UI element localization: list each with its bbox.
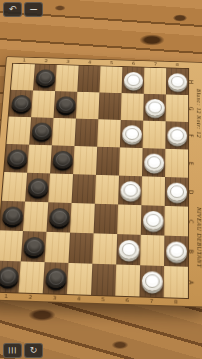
square-A2[interactable]: [19, 261, 45, 293]
black-piece[interactable]: [0, 266, 19, 286]
square-G1[interactable]: [9, 90, 33, 117]
square-G6[interactable]: [121, 93, 144, 120]
coordinate-number: 2: [35, 58, 57, 63]
square-E6[interactable]: [119, 147, 143, 176]
square-F6[interactable]: [120, 120, 143, 148]
coordinate-number: 5: [101, 60, 123, 65]
white-piece[interactable]: [142, 211, 163, 230]
square-H7[interactable]: [144, 68, 166, 95]
square-D3[interactable]: [48, 173, 73, 203]
square-F7[interactable]: [143, 121, 166, 149]
square-B6[interactable]: [116, 234, 141, 265]
square-C7[interactable]: [141, 205, 165, 235]
white-piece[interactable]: [144, 153, 164, 171]
letter-labels-right: HGFEDCBA: [190, 69, 195, 298]
square-F3[interactable]: [52, 118, 76, 146]
square-F2[interactable]: [29, 117, 53, 145]
square-D4[interactable]: [72, 174, 96, 204]
square-H4[interactable]: [77, 66, 100, 93]
square-B3[interactable]: [45, 232, 70, 263]
square-A6[interactable]: [115, 264, 140, 296]
white-piece[interactable]: [123, 72, 143, 89]
rotate-view-button[interactable]: ↻: [24, 343, 43, 358]
coordinate-number: 5: [91, 296, 115, 303]
square-F4[interactable]: [74, 119, 98, 147]
square-G7[interactable]: [143, 94, 166, 122]
rotate-icon: ↻: [30, 346, 38, 355]
board-grid[interactable]: [0, 63, 189, 299]
coordinate-number: 7: [144, 61, 166, 66]
square-B5[interactable]: [92, 233, 117, 264]
square-D6[interactable]: [118, 176, 142, 206]
square-H1[interactable]: [11, 64, 35, 91]
undo-icon: ↶: [9, 5, 17, 14]
square-D7[interactable]: [141, 176, 165, 206]
square-H3[interactable]: [55, 65, 78, 92]
coordinate-number: 8: [164, 298, 188, 305]
square-C2[interactable]: [23, 202, 48, 232]
square-G4[interactable]: [76, 92, 100, 119]
square-C6[interactable]: [117, 204, 141, 234]
coordinate-number: 4: [66, 295, 90, 302]
coordinate-number: 4: [79, 59, 101, 64]
black-piece[interactable]: [48, 208, 69, 227]
square-A1[interactable]: [0, 261, 21, 293]
white-piece[interactable]: [145, 99, 165, 116]
square-A5[interactable]: [91, 264, 116, 296]
square-C3[interactable]: [46, 202, 71, 232]
white-piece[interactable]: [141, 271, 162, 291]
square-E7[interactable]: [142, 148, 165, 177]
square-C4[interactable]: [70, 203, 95, 233]
menu-bars-icon: |||: [8, 347, 17, 353]
board-scene: 12345678 12345678 HGFEDCBA Blanc: 12 Noi…: [0, 38, 202, 313]
square-A4[interactable]: [67, 263, 92, 295]
square-E2[interactable]: [27, 145, 52, 174]
coordinate-number: 3: [42, 294, 67, 301]
square-E3[interactable]: [50, 145, 74, 174]
black-piece[interactable]: [45, 268, 67, 288]
white-piece[interactable]: [118, 240, 139, 260]
black-piece[interactable]: [6, 149, 27, 167]
coordinate-number: 3: [57, 59, 79, 64]
black-piece[interactable]: [1, 206, 23, 225]
difficulty-level-label: NIVEAU DEBUTANT: [196, 207, 202, 268]
coordinate-number: 8: [166, 62, 188, 67]
square-C1[interactable]: [0, 201, 25, 231]
square-E1[interactable]: [4, 144, 29, 173]
square-G5[interactable]: [98, 92, 121, 119]
square-A7[interactable]: [139, 265, 164, 297]
square-H5[interactable]: [99, 66, 122, 93]
black-piece[interactable]: [27, 178, 48, 197]
square-A3[interactable]: [43, 262, 69, 294]
square-B7[interactable]: [140, 235, 164, 266]
coordinate-number: 1: [0, 293, 18, 300]
square-G3[interactable]: [53, 91, 77, 118]
square-B4[interactable]: [68, 233, 93, 264]
square-D5[interactable]: [95, 175, 119, 205]
black-piece[interactable]: [52, 151, 73, 169]
coordinate-number: 2: [18, 293, 43, 300]
square-D2[interactable]: [25, 173, 50, 203]
piece-count-label: Blanc: 12 Noir: 12: [196, 89, 202, 138]
square-H2[interactable]: [33, 64, 57, 91]
black-piece[interactable]: [11, 95, 32, 112]
zoom-out-button[interactable]: −: [24, 2, 43, 17]
square-E4[interactable]: [73, 146, 97, 175]
coordinate-number: 1: [13, 57, 35, 62]
checkers-board-frame: 12345678 12345678 HGFEDCBA Blanc: 12 Noi…: [0, 56, 202, 307]
black-piece[interactable]: [31, 122, 52, 140]
black-piece[interactable]: [23, 237, 45, 257]
white-piece[interactable]: [122, 125, 142, 143]
coordinate-number: 6: [115, 297, 139, 304]
square-G2[interactable]: [31, 90, 55, 117]
undo-button[interactable]: ↶: [3, 2, 22, 17]
square-H6[interactable]: [122, 67, 145, 94]
white-piece[interactable]: [120, 181, 141, 200]
menu-button[interactable]: |||: [3, 343, 22, 358]
black-piece[interactable]: [55, 96, 75, 113]
minus-icon: −: [29, 4, 38, 15]
square-E5[interactable]: [96, 147, 120, 176]
square-F1[interactable]: [6, 117, 31, 145]
square-C5[interactable]: [94, 204, 119, 234]
square-D1[interactable]: [2, 172, 27, 202]
coordinate-number: 6: [122, 60, 144, 65]
black-piece[interactable]: [35, 69, 55, 86]
coordinate-number: 7: [139, 297, 163, 304]
square-B1[interactable]: [0, 230, 23, 261]
square-F5[interactable]: [97, 119, 121, 147]
square-B2[interactable]: [21, 231, 47, 262]
